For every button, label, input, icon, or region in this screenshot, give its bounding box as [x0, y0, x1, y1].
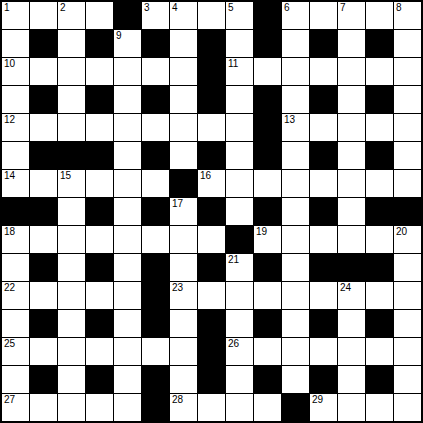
- white-cell-r13c6[interactable]: [170, 366, 197, 393]
- black-cell-r0c4: [114, 2, 141, 29]
- black-cell-r7c14: [394, 198, 421, 225]
- white-cell-r10c4[interactable]: [114, 282, 141, 309]
- black-cell-r1c13: [366, 30, 393, 57]
- clue-number-11: 11: [228, 58, 238, 69]
- black-cell-r5c11: [310, 142, 337, 169]
- black-cell-r9c1: [30, 254, 57, 281]
- clue-number-18: 18: [4, 226, 15, 237]
- black-cell-r13c13: [366, 366, 393, 393]
- white-cell-r10c12[interactable]: 24: [338, 282, 365, 309]
- white-cell-r0c6[interactable]: 4: [170, 2, 197, 29]
- white-cell-r13c0[interactable]: [2, 366, 29, 393]
- white-cell-r1c14[interactable]: [394, 30, 421, 57]
- white-cell-r6c8[interactable]: [226, 170, 253, 197]
- white-cell-r6c3[interactable]: [86, 170, 113, 197]
- white-cell-r0c10[interactable]: 6: [282, 2, 309, 29]
- white-cell-r4c3[interactable]: [86, 114, 113, 141]
- clue-number-14: 14: [4, 170, 15, 181]
- black-cell-r11c7: [198, 310, 225, 337]
- white-cell-r3c8[interactable]: [226, 86, 253, 113]
- white-cell-r3c0[interactable]: [2, 86, 29, 113]
- white-cell-r9c14[interactable]: [394, 254, 421, 281]
- black-cell-r8c8: [226, 226, 253, 253]
- white-cell-r9c8[interactable]: 21: [226, 254, 253, 281]
- black-cell-r9c5: [142, 254, 169, 281]
- black-cell-r0c9: [254, 2, 281, 29]
- white-cell-r1c4[interactable]: 9: [114, 30, 141, 57]
- white-cell-r7c12[interactable]: [338, 198, 365, 225]
- white-cell-r14c0[interactable]: 27: [2, 394, 29, 421]
- black-cell-r9c3: [86, 254, 113, 281]
- clue-number-3: 3: [144, 2, 150, 13]
- black-cell-r11c13: [366, 310, 393, 337]
- white-cell-r12c6[interactable]: [170, 338, 197, 365]
- white-cell-r12c11[interactable]: [310, 338, 337, 365]
- black-cell-r5c2: [58, 142, 85, 169]
- white-cell-r12c8[interactable]: 26: [226, 338, 253, 365]
- white-cell-r10c14[interactable]: [394, 282, 421, 309]
- white-cell-r11c4[interactable]: [114, 310, 141, 337]
- white-cell-r2c6[interactable]: [170, 58, 197, 85]
- white-cell-r12c2[interactable]: [58, 338, 85, 365]
- black-cell-r14c5: [142, 394, 169, 421]
- white-cell-r5c0[interactable]: [2, 142, 29, 169]
- white-cell-r6c9[interactable]: [254, 170, 281, 197]
- white-cell-r6c1[interactable]: [30, 170, 57, 197]
- white-cell-r6c4[interactable]: [114, 170, 141, 197]
- white-cell-r14c13[interactable]: [366, 394, 393, 421]
- white-cell-r14c12[interactable]: [338, 394, 365, 421]
- white-cell-r3c2[interactable]: [58, 86, 85, 113]
- white-cell-r3c10[interactable]: [282, 86, 309, 113]
- white-cell-r6c14[interactable]: [394, 170, 421, 197]
- black-cell-r7c5: [142, 198, 169, 225]
- white-cell-r4c7[interactable]: [198, 114, 225, 141]
- white-cell-r10c13[interactable]: [366, 282, 393, 309]
- clue-number-27: 27: [4, 394, 15, 405]
- white-cell-r8c11[interactable]: [310, 226, 337, 253]
- white-cell-r9c6[interactable]: [170, 254, 197, 281]
- black-cell-r7c0: [2, 198, 29, 225]
- white-cell-r14c9[interactable]: [254, 394, 281, 421]
- white-cell-r11c6[interactable]: [170, 310, 197, 337]
- clue-number-16: 16: [200, 170, 211, 181]
- black-cell-r2c7: [198, 58, 225, 85]
- black-cell-r1c1: [30, 30, 57, 57]
- white-cell-r11c2[interactable]: [58, 310, 85, 337]
- white-cell-r12c12[interactable]: [338, 338, 365, 365]
- clue-number-20: 20: [396, 226, 407, 237]
- white-cell-r8c4[interactable]: [114, 226, 141, 253]
- white-cell-r2c1[interactable]: [30, 58, 57, 85]
- white-cell-r7c8[interactable]: [226, 198, 253, 225]
- white-cell-r6c12[interactable]: [338, 170, 365, 197]
- clue-number-4: 4: [172, 2, 178, 13]
- clue-number-15: 15: [60, 170, 71, 181]
- white-cell-r6c13[interactable]: [366, 170, 393, 197]
- black-cell-r7c9: [254, 198, 281, 225]
- white-cell-r2c12[interactable]: [338, 58, 365, 85]
- white-cell-r2c0[interactable]: 10: [2, 58, 29, 85]
- white-cell-r14c1[interactable]: [30, 394, 57, 421]
- white-cell-r11c0[interactable]: [2, 310, 29, 337]
- white-cell-r7c2[interactable]: [58, 198, 85, 225]
- black-cell-r7c13: [366, 198, 393, 225]
- white-cell-r0c13[interactable]: [366, 2, 393, 29]
- black-cell-r1c9: [254, 30, 281, 57]
- white-cell-r4c2[interactable]: [58, 114, 85, 141]
- white-cell-r8c6[interactable]: [170, 226, 197, 253]
- white-cell-r14c6[interactable]: 28: [170, 394, 197, 421]
- black-cell-r6c6: [170, 170, 197, 197]
- black-cell-r1c7: [198, 30, 225, 57]
- white-cell-r7c10[interactable]: [282, 198, 309, 225]
- clue-number-21: 21: [228, 254, 239, 265]
- white-cell-r10c2[interactable]: [58, 282, 85, 309]
- white-cell-r1c8[interactable]: [226, 30, 253, 57]
- white-cell-r14c8[interactable]: [226, 394, 253, 421]
- black-cell-r14c10: [282, 394, 309, 421]
- white-cell-r4c13[interactable]: [366, 114, 393, 141]
- white-cell-r8c7[interactable]: [198, 226, 225, 253]
- white-cell-r12c13[interactable]: [366, 338, 393, 365]
- clue-number-1: 1: [4, 2, 10, 13]
- white-cell-r3c4[interactable]: [114, 86, 141, 113]
- white-cell-r10c1[interactable]: [30, 282, 57, 309]
- white-cell-r2c5[interactable]: [142, 58, 169, 85]
- clue-number-25: 25: [4, 338, 15, 349]
- clue-number-26: 26: [228, 338, 239, 349]
- black-cell-r3c13: [366, 86, 393, 113]
- clue-number-17: 17: [172, 198, 183, 209]
- white-cell-r5c4[interactable]: [114, 142, 141, 169]
- white-cell-r0c11[interactable]: [310, 2, 337, 29]
- black-cell-r9c13: [366, 254, 393, 281]
- white-cell-r2c14[interactable]: [394, 58, 421, 85]
- black-cell-r5c9: [254, 142, 281, 169]
- white-cell-r2c3[interactable]: [86, 58, 113, 85]
- white-cell-r0c14[interactable]: 8: [394, 2, 421, 29]
- clue-number-23: 23: [172, 282, 183, 293]
- black-cell-r3c1: [30, 86, 57, 113]
- white-cell-r0c7[interactable]: [198, 2, 225, 29]
- black-cell-r13c11: [310, 366, 337, 393]
- black-cell-r3c5: [142, 86, 169, 113]
- white-cell-r4c12[interactable]: [338, 114, 365, 141]
- white-cell-r12c10[interactable]: [282, 338, 309, 365]
- white-cell-r12c1[interactable]: [30, 338, 57, 365]
- clue-number-19: 19: [256, 226, 267, 237]
- white-cell-r4c1[interactable]: [30, 114, 57, 141]
- white-cell-r10c6[interactable]: 23: [170, 282, 197, 309]
- white-cell-r4c11[interactable]: [310, 114, 337, 141]
- black-cell-r13c3: [86, 366, 113, 393]
- white-cell-r8c9[interactable]: 19: [254, 226, 281, 253]
- white-cell-r4c14[interactable]: [394, 114, 421, 141]
- white-cell-r10c9[interactable]: [254, 282, 281, 309]
- white-cell-r10c3[interactable]: [86, 282, 113, 309]
- white-cell-r3c6[interactable]: [170, 86, 197, 113]
- white-cell-r5c14[interactable]: [394, 142, 421, 169]
- black-cell-r3c9: [254, 86, 281, 113]
- white-cell-r11c12[interactable]: [338, 310, 365, 337]
- black-cell-r9c12: [338, 254, 365, 281]
- black-cell-r9c11: [310, 254, 337, 281]
- white-cell-r8c12[interactable]: [338, 226, 365, 253]
- white-cell-r1c10[interactable]: [282, 30, 309, 57]
- black-cell-r7c3: [86, 198, 113, 225]
- black-cell-r1c11: [310, 30, 337, 57]
- clue-number-12: 12: [4, 114, 15, 125]
- clue-number-10: 10: [4, 58, 15, 69]
- white-cell-r13c14[interactable]: [394, 366, 421, 393]
- black-cell-r1c3: [86, 30, 113, 57]
- white-cell-r6c7[interactable]: 16: [198, 170, 225, 197]
- black-cell-r11c9: [254, 310, 281, 337]
- white-cell-r8c1[interactable]: [30, 226, 57, 253]
- white-cell-r13c8[interactable]: [226, 366, 253, 393]
- white-cell-r13c2[interactable]: [58, 366, 85, 393]
- white-cell-r14c11[interactable]: 29: [310, 394, 337, 421]
- white-cell-r9c4[interactable]: [114, 254, 141, 281]
- black-cell-r3c3: [86, 86, 113, 113]
- white-cell-r4c5[interactable]: [142, 114, 169, 141]
- white-cell-r0c0[interactable]: 1: [2, 2, 29, 29]
- crossword-board: 1234567891011121314151617181920212223242…: [0, 0, 423, 423]
- white-cell-r11c14[interactable]: [394, 310, 421, 337]
- white-cell-r12c5[interactable]: [142, 338, 169, 365]
- clue-number-7: 7: [340, 2, 346, 13]
- white-cell-r4c4[interactable]: [114, 114, 141, 141]
- white-cell-r6c10[interactable]: [282, 170, 309, 197]
- white-cell-r5c10[interactable]: [282, 142, 309, 169]
- white-cell-r14c7[interactable]: [198, 394, 225, 421]
- white-cell-r1c6[interactable]: [170, 30, 197, 57]
- clue-number-8: 8: [396, 2, 402, 13]
- black-cell-r13c9: [254, 366, 281, 393]
- white-cell-r10c7[interactable]: [198, 282, 225, 309]
- clue-number-24: 24: [340, 282, 351, 293]
- black-cell-r5c3: [86, 142, 113, 169]
- white-cell-r7c4[interactable]: [114, 198, 141, 225]
- clue-number-13: 13: [284, 114, 295, 125]
- white-cell-r8c14[interactable]: 20: [394, 226, 421, 253]
- black-cell-r9c7: [198, 254, 225, 281]
- black-cell-r3c7: [198, 86, 225, 113]
- white-cell-r4c0[interactable]: 12: [2, 114, 29, 141]
- white-cell-r8c10[interactable]: [282, 226, 309, 253]
- black-cell-r5c5: [142, 142, 169, 169]
- white-cell-r8c5[interactable]: [142, 226, 169, 253]
- clue-number-22: 22: [4, 282, 15, 293]
- white-cell-r6c11[interactable]: [310, 170, 337, 197]
- white-cell-r3c12[interactable]: [338, 86, 365, 113]
- white-cell-r1c0[interactable]: [2, 30, 29, 57]
- white-cell-r13c4[interactable]: [114, 366, 141, 393]
- black-cell-r11c11: [310, 310, 337, 337]
- white-cell-r8c13[interactable]: [366, 226, 393, 253]
- white-cell-r13c12[interactable]: [338, 366, 365, 393]
- white-cell-r14c14[interactable]: [394, 394, 421, 421]
- black-cell-r1c5: [142, 30, 169, 57]
- white-cell-r12c14[interactable]: [394, 338, 421, 365]
- white-cell-r2c9[interactable]: [254, 58, 281, 85]
- white-cell-r7c6[interactable]: 17: [170, 198, 197, 225]
- black-cell-r7c1: [30, 198, 57, 225]
- white-cell-r1c12[interactable]: [338, 30, 365, 57]
- white-cell-r0c8[interactable]: 5: [226, 2, 253, 29]
- white-cell-r4c10[interactable]: 13: [282, 114, 309, 141]
- white-cell-r3c14[interactable]: [394, 86, 421, 113]
- black-cell-r11c3: [86, 310, 113, 337]
- black-cell-r7c11: [310, 198, 337, 225]
- white-cell-r11c8[interactable]: [226, 310, 253, 337]
- white-cell-r2c8[interactable]: 11: [226, 58, 253, 85]
- clue-number-5: 5: [228, 2, 234, 13]
- white-cell-r6c0[interactable]: 14: [2, 170, 29, 197]
- black-cell-r12c7: [198, 338, 225, 365]
- white-cell-r10c0[interactable]: 22: [2, 282, 29, 309]
- white-cell-r13c10[interactable]: [282, 366, 309, 393]
- black-cell-r10c5: [142, 282, 169, 309]
- black-cell-r13c5: [142, 366, 169, 393]
- white-cell-r0c1[interactable]: [30, 2, 57, 29]
- white-cell-r10c8[interactable]: [226, 282, 253, 309]
- black-cell-r5c1: [30, 142, 57, 169]
- black-cell-r5c7: [198, 142, 225, 169]
- white-cell-r9c0[interactable]: [2, 254, 29, 281]
- white-cell-r8c2[interactable]: [58, 226, 85, 253]
- white-cell-r0c12[interactable]: 7: [338, 2, 365, 29]
- white-cell-r9c2[interactable]: [58, 254, 85, 281]
- white-cell-r1c2[interactable]: [58, 30, 85, 57]
- white-cell-r9c10[interactable]: [282, 254, 309, 281]
- black-cell-r13c1: [30, 366, 57, 393]
- white-cell-r12c3[interactable]: [86, 338, 113, 365]
- white-cell-r10c11[interactable]: [310, 282, 337, 309]
- white-cell-r0c2[interactable]: 2: [58, 2, 85, 29]
- white-cell-r4c8[interactable]: [226, 114, 253, 141]
- white-cell-r11c10[interactable]: [282, 310, 309, 337]
- clue-number-28: 28: [172, 394, 183, 405]
- white-cell-r2c13[interactable]: [366, 58, 393, 85]
- white-cell-r6c5[interactable]: [142, 170, 169, 197]
- white-cell-r2c11[interactable]: [310, 58, 337, 85]
- clue-number-29: 29: [312, 394, 323, 405]
- white-cell-r10c10[interactable]: [282, 282, 309, 309]
- black-cell-r13c7: [198, 366, 225, 393]
- black-cell-r5c13: [366, 142, 393, 169]
- white-cell-r5c12[interactable]: [338, 142, 365, 169]
- white-cell-r2c4[interactable]: [114, 58, 141, 85]
- black-cell-r4c9: [254, 114, 281, 141]
- white-cell-r8c0[interactable]: 18: [2, 226, 29, 253]
- black-cell-r7c7: [198, 198, 225, 225]
- white-cell-r4c6[interactable]: [170, 114, 197, 141]
- white-cell-r5c6[interactable]: [170, 142, 197, 169]
- white-cell-r14c3[interactable]: [86, 394, 113, 421]
- white-cell-r2c2[interactable]: [58, 58, 85, 85]
- black-cell-r11c1: [30, 310, 57, 337]
- clue-number-2: 2: [60, 2, 66, 13]
- white-cell-r6c2[interactable]: 15: [58, 170, 85, 197]
- white-cell-r12c0[interactable]: 25: [2, 338, 29, 365]
- white-cell-r0c3[interactable]: [86, 2, 113, 29]
- clue-number-6: 6: [284, 2, 290, 13]
- white-cell-r0c5[interactable]: 3: [142, 2, 169, 29]
- white-cell-r14c4[interactable]: [114, 394, 141, 421]
- white-cell-r8c3[interactable]: [86, 226, 113, 253]
- black-cell-r9c9: [254, 254, 281, 281]
- white-cell-r5c8[interactable]: [226, 142, 253, 169]
- white-cell-r12c9[interactable]: [254, 338, 281, 365]
- white-cell-r2c10[interactable]: [282, 58, 309, 85]
- white-cell-r14c2[interactable]: [58, 394, 85, 421]
- clue-number-9: 9: [116, 30, 122, 41]
- black-cell-r3c11: [310, 86, 337, 113]
- black-cell-r11c5: [142, 310, 169, 337]
- white-cell-r12c4[interactable]: [114, 338, 141, 365]
